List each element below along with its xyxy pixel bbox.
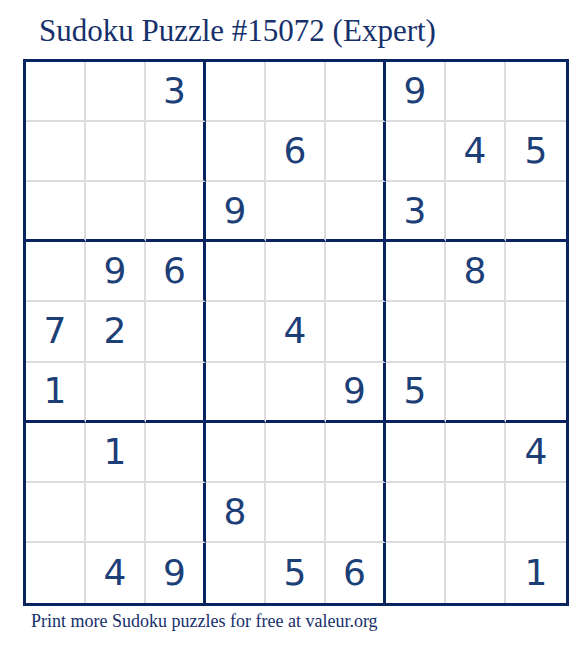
cell-r8c1[interactable] bbox=[26, 483, 86, 543]
cell-r6c1[interactable]: 1 bbox=[26, 363, 86, 423]
given-digit: 4 bbox=[464, 133, 487, 169]
page-title: Sudoku Puzzle #15072 (Expert) bbox=[39, 13, 436, 49]
cell-r3c7[interactable]: 3 bbox=[386, 182, 446, 242]
cell-r4c8[interactable]: 8 bbox=[446, 242, 506, 302]
cell-r1c4[interactable] bbox=[206, 62, 266, 122]
cell-r2c9[interactable]: 5 bbox=[506, 122, 566, 182]
cell-r2c3[interactable] bbox=[146, 122, 206, 182]
cell-r6c6[interactable]: 9 bbox=[326, 363, 386, 423]
cell-r2c8[interactable]: 4 bbox=[446, 122, 506, 182]
cell-r7c9[interactable]: 4 bbox=[506, 423, 566, 483]
given-digit: 9 bbox=[163, 555, 186, 591]
given-digit: 8 bbox=[224, 494, 247, 530]
cell-r2c1[interactable] bbox=[26, 122, 86, 182]
cell-r4c5[interactable] bbox=[266, 242, 326, 302]
cell-r2c7[interactable] bbox=[386, 122, 446, 182]
cell-r6c7[interactable]: 5 bbox=[386, 363, 446, 423]
footer-text: Print more Sudoku puzzles for free at va… bbox=[31, 611, 378, 632]
cell-r8c9[interactable] bbox=[506, 483, 566, 543]
cell-r1c8[interactable] bbox=[446, 62, 506, 122]
cell-r1c7[interactable]: 9 bbox=[386, 62, 446, 122]
cell-r3c4[interactable]: 9 bbox=[206, 182, 266, 242]
cell-r9c3[interactable]: 9 bbox=[146, 543, 206, 603]
cell-r7c5[interactable] bbox=[266, 423, 326, 483]
cell-r8c3[interactable] bbox=[146, 483, 206, 543]
cell-r9c6[interactable]: 6 bbox=[326, 543, 386, 603]
given-digit: 1 bbox=[525, 555, 548, 591]
cell-r4c7[interactable] bbox=[386, 242, 446, 302]
cell-r9c8[interactable] bbox=[446, 543, 506, 603]
cell-r3c5[interactable] bbox=[266, 182, 326, 242]
cell-r5c2[interactable]: 2 bbox=[86, 302, 146, 362]
given-digit: 9 bbox=[104, 253, 127, 289]
cell-r5c8[interactable] bbox=[446, 302, 506, 362]
given-digit: 4 bbox=[104, 555, 127, 591]
given-digit: 2 bbox=[104, 313, 127, 349]
given-digit: 6 bbox=[284, 133, 307, 169]
cell-r6c2[interactable] bbox=[86, 363, 146, 423]
cell-r7c8[interactable] bbox=[446, 423, 506, 483]
cell-r9c7[interactable] bbox=[386, 543, 446, 603]
cell-r9c2[interactable]: 4 bbox=[86, 543, 146, 603]
cell-r8c6[interactable] bbox=[326, 483, 386, 543]
given-digit: 9 bbox=[224, 193, 247, 229]
cell-r7c7[interactable] bbox=[386, 423, 446, 483]
cell-r6c9[interactable] bbox=[506, 363, 566, 423]
cell-r9c1[interactable] bbox=[26, 543, 86, 603]
cell-r3c9[interactable] bbox=[506, 182, 566, 242]
cell-r3c1[interactable] bbox=[26, 182, 86, 242]
cell-r8c7[interactable] bbox=[386, 483, 446, 543]
given-digit: 4 bbox=[525, 434, 548, 470]
cell-r6c5[interactable] bbox=[266, 363, 326, 423]
cell-r6c3[interactable] bbox=[146, 363, 206, 423]
cell-r5c9[interactable] bbox=[506, 302, 566, 362]
given-digit: 4 bbox=[284, 313, 307, 349]
cell-r1c2[interactable] bbox=[86, 62, 146, 122]
cell-r1c6[interactable] bbox=[326, 62, 386, 122]
given-digit: 9 bbox=[404, 73, 427, 109]
cell-r7c2[interactable]: 1 bbox=[86, 423, 146, 483]
cell-r6c4[interactable] bbox=[206, 363, 266, 423]
cell-r9c9[interactable]: 1 bbox=[506, 543, 566, 603]
cell-r4c3[interactable]: 6 bbox=[146, 242, 206, 302]
cell-r4c1[interactable] bbox=[26, 242, 86, 302]
cell-r5c4[interactable] bbox=[206, 302, 266, 362]
cell-r1c5[interactable] bbox=[266, 62, 326, 122]
given-digit: 6 bbox=[163, 253, 186, 289]
given-digit: 1 bbox=[104, 434, 127, 470]
given-digit: 5 bbox=[525, 133, 548, 169]
cell-r7c4[interactable] bbox=[206, 423, 266, 483]
given-digit: 3 bbox=[404, 193, 427, 229]
cell-r5c3[interactable] bbox=[146, 302, 206, 362]
sudoku-page: Sudoku Puzzle #15072 (Expert) 3964593968… bbox=[0, 0, 580, 651]
given-digit: 5 bbox=[284, 555, 307, 591]
cell-r8c2[interactable] bbox=[86, 483, 146, 543]
given-digit: 9 bbox=[343, 373, 366, 409]
cell-r3c2[interactable] bbox=[86, 182, 146, 242]
cell-r7c3[interactable] bbox=[146, 423, 206, 483]
cell-r4c2[interactable]: 9 bbox=[86, 242, 146, 302]
given-digit: 6 bbox=[343, 555, 366, 591]
given-digit: 5 bbox=[404, 373, 427, 409]
given-digit: 7 bbox=[44, 313, 67, 349]
cell-r5c6[interactable] bbox=[326, 302, 386, 362]
cell-r3c3[interactable] bbox=[146, 182, 206, 242]
cell-r7c1[interactable] bbox=[26, 423, 86, 483]
cell-r8c5[interactable] bbox=[266, 483, 326, 543]
given-digit: 8 bbox=[464, 253, 487, 289]
cell-r8c8[interactable] bbox=[446, 483, 506, 543]
cell-r8c4[interactable]: 8 bbox=[206, 483, 266, 543]
cell-r1c3[interactable]: 3 bbox=[146, 62, 206, 122]
cell-r4c4[interactable] bbox=[206, 242, 266, 302]
cell-r5c5[interactable]: 4 bbox=[266, 302, 326, 362]
cell-r9c5[interactable]: 5 bbox=[266, 543, 326, 603]
sudoku-board: 396459396872419514849561 bbox=[23, 59, 569, 606]
cell-r3c6[interactable] bbox=[326, 182, 386, 242]
cell-r2c5[interactable]: 6 bbox=[266, 122, 326, 182]
given-digit: 3 bbox=[163, 73, 186, 109]
cell-r4c6[interactable] bbox=[326, 242, 386, 302]
cell-r5c7[interactable] bbox=[386, 302, 446, 362]
cell-r2c6[interactable] bbox=[326, 122, 386, 182]
cell-r7c6[interactable] bbox=[326, 423, 386, 483]
cell-r1c9[interactable] bbox=[506, 62, 566, 122]
cell-r4c9[interactable] bbox=[506, 242, 566, 302]
cell-r9c4[interactable] bbox=[206, 543, 266, 603]
given-digit: 1 bbox=[44, 373, 67, 409]
cell-r3c8[interactable] bbox=[446, 182, 506, 242]
cell-r2c2[interactable] bbox=[86, 122, 146, 182]
cell-r2c4[interactable] bbox=[206, 122, 266, 182]
cell-r5c1[interactable]: 7 bbox=[26, 302, 86, 362]
cell-r1c1[interactable] bbox=[26, 62, 86, 122]
cell-r6c8[interactable] bbox=[446, 363, 506, 423]
